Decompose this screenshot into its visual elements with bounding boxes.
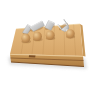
shovel-handle bbox=[21, 34, 30, 43]
pointed-knife-handle bbox=[46, 31, 55, 40]
fork-handle bbox=[66, 29, 75, 38]
slicer-handle bbox=[33, 32, 42, 41]
cheese-board-set-photo: bamboo cheese board / storage box bbox=[0, 0, 90, 90]
board-front-notch bbox=[29, 55, 36, 57]
cheese-board: bamboo cheese board / storage box bbox=[10, 24, 86, 67]
product-photo-stage: bamboo cheese board / storage box bbox=[0, 0, 90, 90]
